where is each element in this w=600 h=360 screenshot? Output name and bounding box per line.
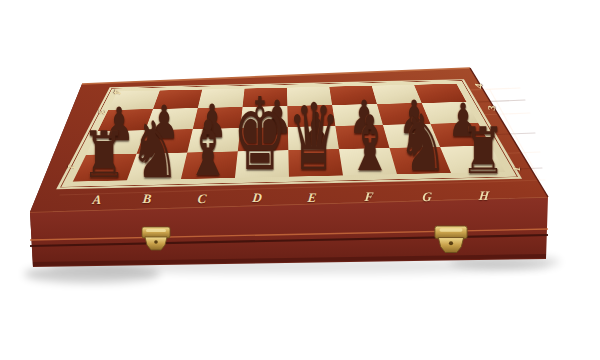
- piece-rook-h1: ♜: [461, 119, 506, 183]
- piece-queen-e1: ♛: [288, 92, 341, 184]
- piece-knight-g1: ♞: [398, 104, 448, 182]
- piece-knight-b1: ♞: [130, 111, 180, 189]
- piece-bishop-f1: ♝: [348, 106, 393, 182]
- pieces-layer: ♜♞♝♚♛♝♞♜♟♟♟♟♟♟♟♟: [0, 0, 600, 360]
- product-photo-chess-box: ABCDEFGH431431 ♜♞♝♚♛♝♞♜♟♟♟♟♟♟♟♟: [0, 0, 600, 360]
- piece-king-d1: ♚: [233, 85, 287, 185]
- piece-rook-a1: ♜: [82, 123, 127, 187]
- piece-bishop-c1: ♝: [186, 111, 231, 187]
